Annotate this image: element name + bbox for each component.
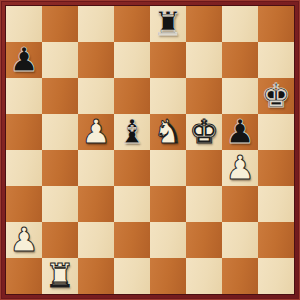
- square-e5[interactable]: ♞: [150, 114, 186, 150]
- square-e8[interactable]: ♜: [150, 6, 186, 42]
- square-h6[interactable]: ♚: [258, 78, 294, 114]
- square-h5[interactable]: [258, 114, 294, 150]
- square-a1[interactable]: [6, 258, 42, 294]
- square-h8[interactable]: [258, 6, 294, 42]
- square-a7[interactable]: ♟: [6, 42, 42, 78]
- piece-black-pawn-g5[interactable]: ♟: [225, 114, 255, 150]
- square-g3[interactable]: [222, 186, 258, 222]
- square-f2[interactable]: [186, 222, 222, 258]
- square-g4[interactable]: ♟: [222, 150, 258, 186]
- square-d8[interactable]: [114, 6, 150, 42]
- square-h1[interactable]: [258, 258, 294, 294]
- board-frame: ♜♟♚♟♝♞♚♟♟♟♜: [0, 0, 300, 300]
- square-f4[interactable]: [186, 150, 222, 186]
- square-f1[interactable]: [186, 258, 222, 294]
- piece-black-king-h6[interactable]: ♚: [261, 78, 291, 114]
- square-c3[interactable]: [78, 186, 114, 222]
- square-b1[interactable]: ♜: [42, 258, 78, 294]
- square-g8[interactable]: [222, 6, 258, 42]
- piece-black-pawn-a7[interactable]: ♟: [9, 42, 39, 78]
- square-e7[interactable]: [150, 42, 186, 78]
- square-d5[interactable]: ♝: [114, 114, 150, 150]
- piece-white-pawn-c5[interactable]: ♟: [81, 114, 111, 150]
- square-a8[interactable]: [6, 6, 42, 42]
- square-g7[interactable]: [222, 42, 258, 78]
- square-a3[interactable]: [6, 186, 42, 222]
- square-e6[interactable]: [150, 78, 186, 114]
- square-c8[interactable]: [78, 6, 114, 42]
- piece-white-rook-b1[interactable]: ♜: [45, 258, 75, 294]
- piece-black-rook-e8[interactable]: ♜: [153, 6, 183, 42]
- square-d2[interactable]: [114, 222, 150, 258]
- square-d6[interactable]: [114, 78, 150, 114]
- square-b6[interactable]: [42, 78, 78, 114]
- piece-white-knight-e5[interactable]: ♞: [153, 114, 183, 150]
- square-f8[interactable]: [186, 6, 222, 42]
- square-e3[interactable]: [150, 186, 186, 222]
- square-b3[interactable]: [42, 186, 78, 222]
- square-f7[interactable]: [186, 42, 222, 78]
- square-e2[interactable]: [150, 222, 186, 258]
- chess-board: ♜♟♚♟♝♞♚♟♟♟♜: [5, 5, 295, 295]
- square-g6[interactable]: [222, 78, 258, 114]
- square-e4[interactable]: [150, 150, 186, 186]
- square-c1[interactable]: [78, 258, 114, 294]
- square-h7[interactable]: [258, 42, 294, 78]
- square-h2[interactable]: [258, 222, 294, 258]
- square-b5[interactable]: [42, 114, 78, 150]
- square-a6[interactable]: [6, 78, 42, 114]
- piece-black-bishop-d5[interactable]: ♝: [117, 114, 147, 150]
- square-h3[interactable]: [258, 186, 294, 222]
- square-c5[interactable]: ♟: [78, 114, 114, 150]
- square-b4[interactable]: [42, 150, 78, 186]
- square-a4[interactable]: [6, 150, 42, 186]
- square-f5[interactable]: ♚: [186, 114, 222, 150]
- piece-white-king-f5[interactable]: ♚: [189, 114, 219, 150]
- square-c2[interactable]: [78, 222, 114, 258]
- square-f6[interactable]: [186, 78, 222, 114]
- piece-white-pawn-a2[interactable]: ♟: [9, 222, 39, 258]
- square-d3[interactable]: [114, 186, 150, 222]
- square-b2[interactable]: [42, 222, 78, 258]
- square-b7[interactable]: [42, 42, 78, 78]
- square-c7[interactable]: [78, 42, 114, 78]
- square-f3[interactable]: [186, 186, 222, 222]
- square-g2[interactable]: [222, 222, 258, 258]
- square-a5[interactable]: [6, 114, 42, 150]
- square-d1[interactable]: [114, 258, 150, 294]
- square-c4[interactable]: [78, 150, 114, 186]
- square-b8[interactable]: [42, 6, 78, 42]
- square-e1[interactable]: [150, 258, 186, 294]
- square-d7[interactable]: [114, 42, 150, 78]
- square-a2[interactable]: ♟: [6, 222, 42, 258]
- square-h4[interactable]: [258, 150, 294, 186]
- square-c6[interactable]: [78, 78, 114, 114]
- square-g1[interactable]: [222, 258, 258, 294]
- square-g5[interactable]: ♟: [222, 114, 258, 150]
- piece-white-pawn-g4[interactable]: ♟: [225, 150, 255, 186]
- square-d4[interactable]: [114, 150, 150, 186]
